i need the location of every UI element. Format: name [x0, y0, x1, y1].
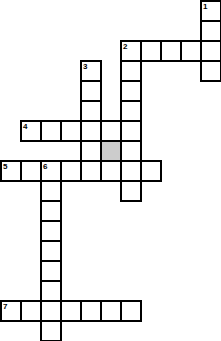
crossword-cell[interactable]	[120, 300, 142, 322]
crossword-cell[interactable]	[180, 40, 202, 62]
crossword-cell[interactable]	[40, 280, 62, 302]
crossword-cell[interactable]	[40, 300, 62, 322]
clue-number: 2	[123, 42, 127, 51]
crossword-puzzle: 1234567	[0, 0, 221, 341]
crossword-cell[interactable]	[80, 140, 102, 162]
crossword-cell[interactable]	[120, 120, 142, 142]
crossword-cell[interactable]	[60, 120, 82, 142]
crossword-cell[interactable]	[120, 140, 142, 162]
crossword-cell[interactable]	[200, 20, 221, 42]
crossword-cell[interactable]	[60, 160, 82, 182]
crossword-cell[interactable]	[40, 260, 62, 282]
clue-number: 6	[43, 162, 47, 171]
crossword-cell[interactable]	[120, 80, 142, 102]
crossword-board: 1234567	[0, 0, 221, 341]
crossword-cell[interactable]	[160, 40, 182, 62]
crossword-cell[interactable]	[40, 180, 62, 202]
crossword-cell[interactable]	[40, 220, 62, 242]
crossword-cell[interactable]: 3	[80, 60, 102, 82]
crossword-cell[interactable]	[100, 160, 122, 182]
crossword-cell[interactable]	[120, 100, 142, 122]
crossword-cell[interactable]	[80, 80, 102, 102]
crossword-cell[interactable]: 5	[0, 160, 22, 182]
crossword-cell[interactable]	[100, 300, 122, 322]
crossword-cell[interactable]	[60, 300, 82, 322]
crossword-cell[interactable]	[200, 40, 221, 62]
crossword-cell[interactable]	[140, 160, 162, 182]
crossword-cell[interactable]: 2	[120, 40, 142, 62]
crossword-cell[interactable]	[120, 160, 142, 182]
crossword-cell-highlighted[interactable]	[100, 140, 122, 162]
crossword-cell[interactable]	[200, 60, 221, 82]
crossword-cell[interactable]	[40, 120, 62, 142]
crossword-cell[interactable]	[120, 180, 142, 202]
clue-number: 7	[3, 302, 7, 311]
crossword-cell[interactable]: 4	[20, 120, 42, 142]
clue-number: 5	[3, 162, 7, 171]
crossword-cell[interactable]: 7	[0, 300, 22, 322]
crossword-cell[interactable]	[140, 40, 162, 62]
crossword-cell[interactable]	[80, 100, 102, 122]
crossword-cell[interactable]	[40, 200, 62, 222]
crossword-cell[interactable]	[80, 120, 102, 142]
crossword-cell[interactable]	[80, 160, 102, 182]
crossword-cell[interactable]	[120, 60, 142, 82]
clue-number: 4	[23, 122, 27, 131]
clue-number: 1	[203, 2, 207, 11]
crossword-cell[interactable]	[80, 300, 102, 322]
crossword-cell[interactable]: 6	[40, 160, 62, 182]
crossword-cell[interactable]	[20, 160, 42, 182]
crossword-cell[interactable]	[40, 240, 62, 262]
clue-number: 3	[83, 62, 87, 71]
crossword-cell[interactable]: 1	[200, 0, 221, 22]
crossword-cell[interactable]	[40, 320, 62, 341]
crossword-cell[interactable]	[20, 300, 42, 322]
crossword-cell[interactable]	[100, 120, 122, 142]
